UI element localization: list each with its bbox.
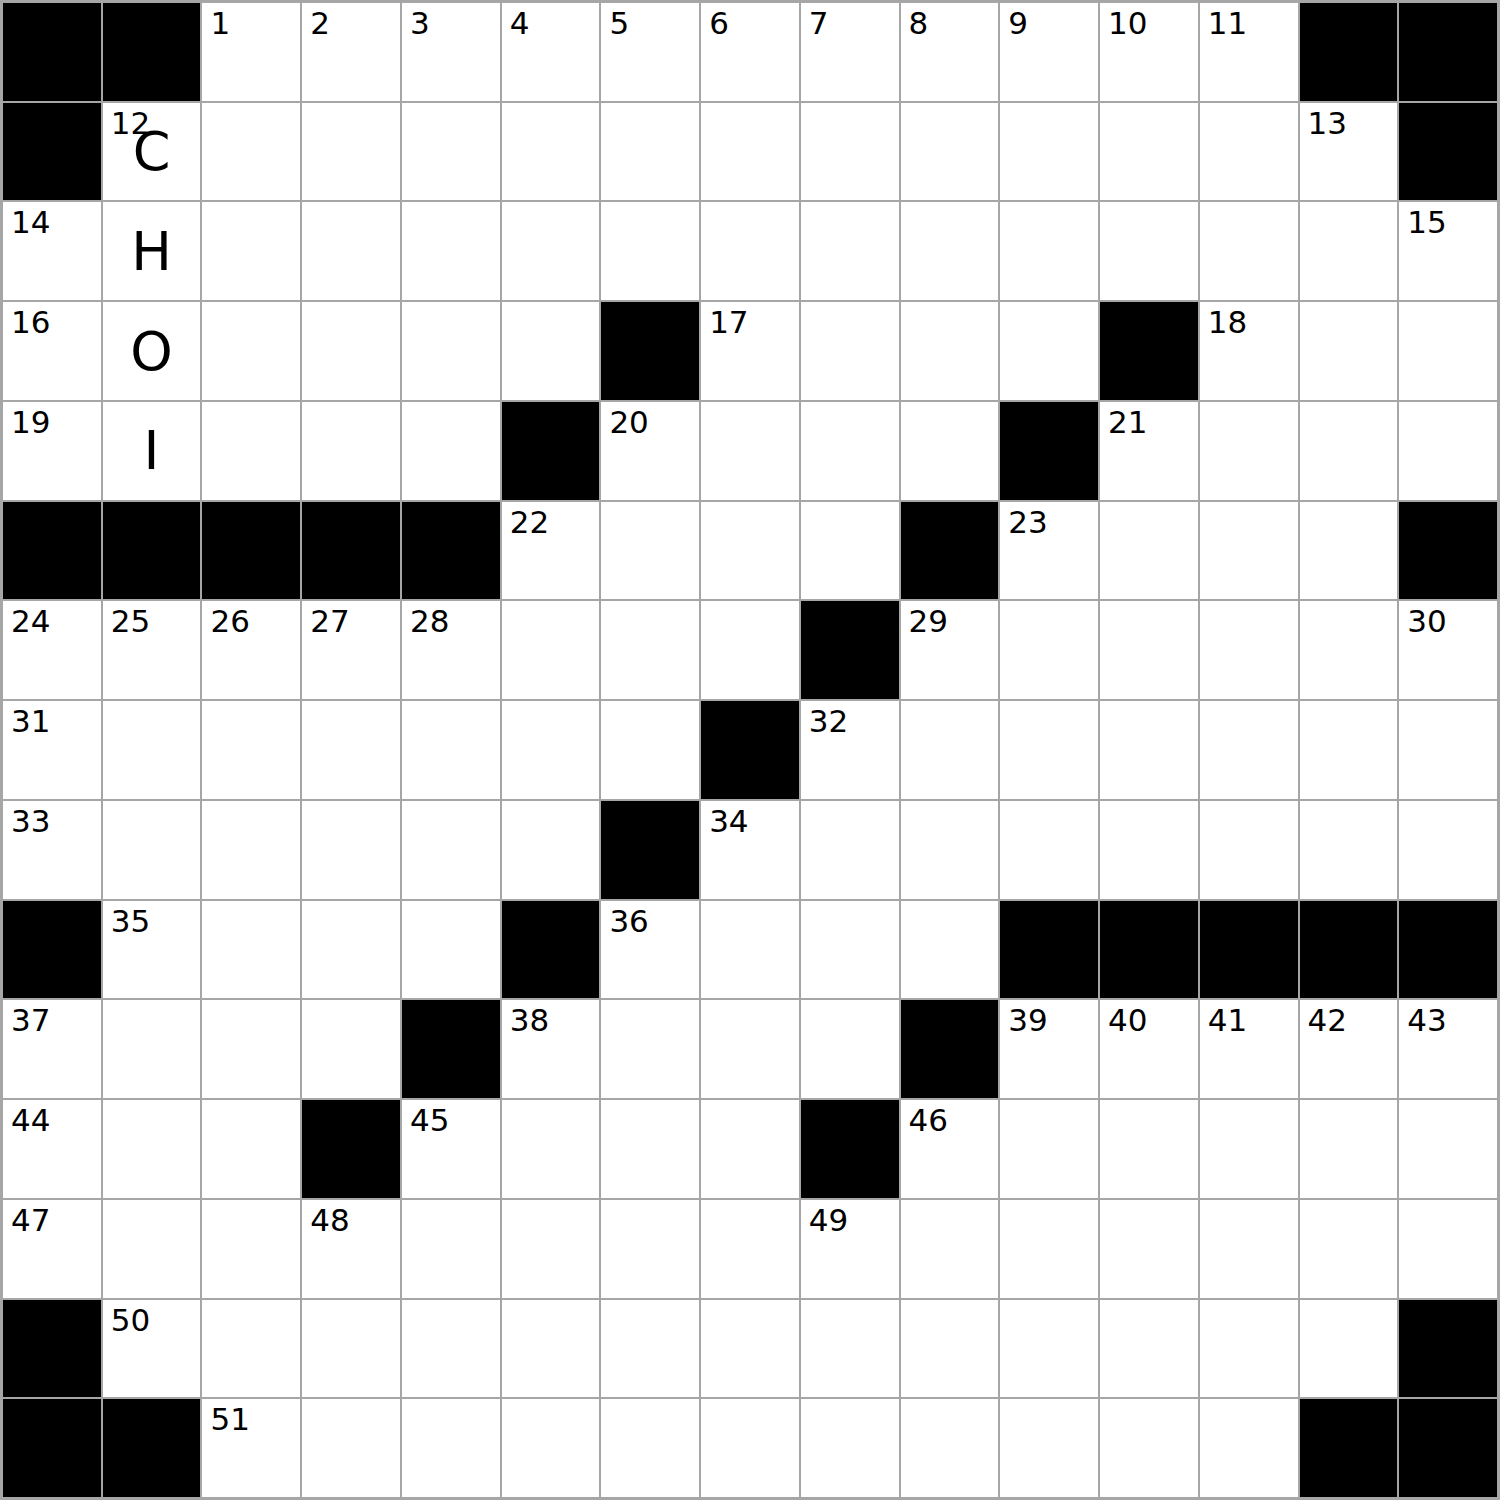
clue-number: 29 [909, 604, 948, 640]
cell-r9c8[interactable] [800, 900, 900, 1000]
cell-r2c11[interactable] [1099, 201, 1199, 301]
cell-r4c11[interactable]: 21 [1099, 401, 1199, 501]
cell-r14c4[interactable] [401, 1398, 501, 1498]
cell-r8c8[interactable] [800, 800, 900, 900]
cell-r11c7[interactable] [700, 1099, 800, 1199]
cell-r0c4[interactable]: 3 [401, 2, 501, 102]
cell-r11c11[interactable] [1099, 1099, 1199, 1199]
black-cell-r5c0 [2, 501, 102, 601]
clue-number: 48 [310, 1203, 349, 1239]
cell-r1c6[interactable] [600, 102, 700, 202]
clue-number: 17 [709, 305, 748, 341]
cell-r3c2[interactable] [201, 301, 301, 401]
cell-r2c2[interactable] [201, 201, 301, 301]
clue-number: 44 [11, 1103, 50, 1139]
cell-r7c5[interactable] [501, 700, 601, 800]
cell-r4c8[interactable] [800, 401, 900, 501]
black-cell-r1c14 [1398, 102, 1498, 202]
cell-r0c5[interactable]: 4 [501, 2, 601, 102]
crossword-board: 123456789101112C1314H1516O171819I2021222… [0, 0, 1500, 1500]
cell-r7c9[interactable] [900, 700, 1000, 800]
cell-r12c11[interactable] [1099, 1199, 1199, 1299]
cell-r12c12[interactable] [1199, 1199, 1299, 1299]
cell-r2c13[interactable] [1299, 201, 1399, 301]
cell-r7c0[interactable]: 31 [2, 700, 102, 800]
black-cell-r10c4 [401, 999, 501, 1099]
cell-r4c14[interactable] [1398, 401, 1498, 501]
cell-r10c14[interactable]: 43 [1398, 999, 1498, 1099]
cell-r11c13[interactable] [1299, 1099, 1399, 1199]
clue-number: 34 [709, 804, 748, 840]
cell-r9c2[interactable] [201, 900, 301, 1000]
black-cell-r13c14 [1398, 1299, 1498, 1399]
cell-r2c6[interactable] [600, 201, 700, 301]
cell-r5c13[interactable] [1299, 501, 1399, 601]
cell-r0c7[interactable]: 6 [700, 2, 800, 102]
black-cell-r5c9 [900, 501, 1000, 601]
cell-r0c12[interactable]: 11 [1199, 2, 1299, 102]
cell-r12c5[interactable] [501, 1199, 601, 1299]
cell-r12c14[interactable] [1398, 1199, 1498, 1299]
cell-r14c12[interactable] [1199, 1398, 1299, 1498]
black-cell-r9c14 [1398, 900, 1498, 1000]
cell-r10c1[interactable] [102, 999, 202, 1099]
black-cell-r5c14 [1398, 501, 1498, 601]
clue-number: 51 [210, 1402, 249, 1438]
clue-number: 16 [11, 305, 50, 341]
cell-r4c7[interactable] [700, 401, 800, 501]
cell-r13c9[interactable] [900, 1299, 1000, 1399]
black-cell-r9c5 [501, 900, 601, 1000]
cell-r8c11[interactable] [1099, 800, 1199, 900]
clue-number: 37 [11, 1003, 50, 1039]
cell-r1c9[interactable] [900, 102, 1000, 202]
cell-r4c2[interactable] [201, 401, 301, 501]
black-cell-r8c6 [600, 800, 700, 900]
cell-r0c2[interactable]: 1 [201, 2, 301, 102]
cell-r10c2[interactable] [201, 999, 301, 1099]
clue-number: 1 [210, 6, 230, 42]
clue-number: 7 [809, 6, 829, 42]
clue-number: 26 [210, 604, 249, 640]
cell-r12c0[interactable]: 47 [2, 1199, 102, 1299]
cell-r13c1[interactable]: 50 [102, 1299, 202, 1399]
clue-number: 49 [809, 1203, 848, 1239]
black-cell-r3c6 [600, 301, 700, 401]
cell-r1c8[interactable] [800, 102, 900, 202]
black-cell-r9c13 [1299, 900, 1399, 1000]
cell-r8c12[interactable] [1199, 800, 1299, 900]
cell-r13c12[interactable] [1199, 1299, 1299, 1399]
cell-r1c12[interactable] [1199, 102, 1299, 202]
cell-r6c11[interactable] [1099, 600, 1199, 700]
cell-r12c3[interactable]: 48 [301, 1199, 401, 1299]
cell-r12c8[interactable]: 49 [800, 1199, 900, 1299]
cell-r10c0[interactable]: 37 [2, 999, 102, 1099]
cell-r10c6[interactable] [600, 999, 700, 1099]
black-cell-r5c3 [301, 501, 401, 601]
cell-r8c1[interactable] [102, 800, 202, 900]
clue-number: 19 [11, 405, 50, 441]
cell-r13c3[interactable] [301, 1299, 401, 1399]
cell-r5c8[interactable] [800, 501, 900, 601]
cell-r4c4[interactable] [401, 401, 501, 501]
cell-r7c3[interactable] [301, 700, 401, 800]
black-cell-r5c2 [201, 501, 301, 601]
clue-number: 33 [11, 804, 50, 840]
cell-r2c5[interactable] [501, 201, 601, 301]
cell-r3c5[interactable] [501, 301, 601, 401]
cell-r12c7[interactable] [700, 1199, 800, 1299]
cell-r9c9[interactable] [900, 900, 1000, 1000]
cell-r11c9[interactable]: 46 [900, 1099, 1000, 1199]
cell-r10c7[interactable] [700, 999, 800, 1099]
cell-r6c0[interactable]: 24 [2, 600, 102, 700]
cell-r13c8[interactable] [800, 1299, 900, 1399]
black-cell-r5c4 [401, 501, 501, 601]
cell-r1c5[interactable] [501, 102, 601, 202]
cell-r10c8[interactable] [800, 999, 900, 1099]
cell-r1c7[interactable] [700, 102, 800, 202]
cell-r4c12[interactable] [1199, 401, 1299, 501]
cell-r3c12[interactable]: 18 [1199, 301, 1299, 401]
cell-r3c13[interactable] [1299, 301, 1399, 401]
clue-number: 30 [1407, 604, 1446, 640]
cell-r11c10[interactable] [999, 1099, 1099, 1199]
clue-number: 10 [1108, 6, 1147, 42]
cell-r8c10[interactable] [999, 800, 1099, 900]
cell-r9c3[interactable] [301, 900, 401, 1000]
clue-number: 22 [510, 505, 549, 541]
cell-r1c2[interactable] [201, 102, 301, 202]
cell-r7c13[interactable] [1299, 700, 1399, 800]
cell-r11c0[interactable]: 44 [2, 1099, 102, 1199]
cell-r5c7[interactable] [700, 501, 800, 601]
cell-r4c6[interactable]: 20 [600, 401, 700, 501]
cell-r12c1[interactable] [102, 1199, 202, 1299]
cell-r5c12[interactable] [1199, 501, 1299, 601]
cell-r8c7[interactable]: 34 [700, 800, 800, 900]
cell-r4c13[interactable] [1299, 401, 1399, 501]
clue-number: 6 [709, 6, 729, 42]
cell-r2c1[interactable]: H [102, 201, 202, 301]
cell-r8c2[interactable] [201, 800, 301, 900]
clue-number: 24 [11, 604, 50, 640]
cell-r6c10[interactable] [999, 600, 1099, 700]
clue-number: 42 [1308, 1003, 1347, 1039]
cell-r8c4[interactable] [401, 800, 501, 900]
cell-r10c11[interactable]: 40 [1099, 999, 1199, 1099]
cell-r3c4[interactable] [401, 301, 501, 401]
clue-number: 21 [1108, 405, 1147, 441]
cell-r11c2[interactable] [201, 1099, 301, 1199]
cell-r3c0[interactable]: 16 [2, 301, 102, 401]
cell-r1c10[interactable] [999, 102, 1099, 202]
cell-r11c1[interactable] [102, 1099, 202, 1199]
cell-r7c1[interactable] [102, 700, 202, 800]
cell-r14c9[interactable] [900, 1398, 1000, 1498]
black-cell-r4c10 [999, 401, 1099, 501]
clue-number: 15 [1407, 205, 1446, 241]
black-cell-r9c0 [2, 900, 102, 1000]
cell-r1c13[interactable]: 13 [1299, 102, 1399, 202]
clue-number: 11 [1208, 6, 1247, 42]
cell-r6c9[interactable]: 29 [900, 600, 1000, 700]
cell-r0c8[interactable]: 7 [800, 2, 900, 102]
cell-r6c14[interactable]: 30 [1398, 600, 1498, 700]
cell-r3c1[interactable]: O [102, 301, 202, 401]
cell-r11c6[interactable] [600, 1099, 700, 1199]
cell-r10c12[interactable]: 41 [1199, 999, 1299, 1099]
black-cell-r9c12 [1199, 900, 1299, 1000]
cell-r2c4[interactable] [401, 201, 501, 301]
clue-number: 40 [1108, 1003, 1147, 1039]
cell-r7c4[interactable] [401, 700, 501, 800]
cell-r13c4[interactable] [401, 1299, 501, 1399]
black-cell-r9c11 [1099, 900, 1199, 1000]
filled-letter: H [103, 202, 201, 300]
cell-r6c7[interactable] [700, 600, 800, 700]
cell-r3c8[interactable] [800, 301, 900, 401]
cell-r2c9[interactable] [900, 201, 1000, 301]
cell-r0c11[interactable]: 10 [1099, 2, 1199, 102]
clue-number: 43 [1407, 1003, 1446, 1039]
black-cell-r3c11 [1099, 301, 1199, 401]
cell-r7c14[interactable] [1398, 700, 1498, 800]
cell-r14c3[interactable] [301, 1398, 401, 1498]
cell-r9c4[interactable] [401, 900, 501, 1000]
cell-r13c7[interactable] [700, 1299, 800, 1399]
cell-r12c6[interactable] [600, 1199, 700, 1299]
cell-r5c6[interactable] [600, 501, 700, 601]
filled-letter: O [103, 302, 201, 400]
cell-r12c9[interactable] [900, 1199, 1000, 1299]
clue-number: 41 [1208, 1003, 1247, 1039]
cell-r5c5[interactable]: 22 [501, 501, 601, 601]
clue-number: 28 [410, 604, 449, 640]
cell-r1c1[interactable]: 12C [102, 102, 202, 202]
cell-r9c6[interactable]: 36 [600, 900, 700, 1000]
black-cell-r14c1 [102, 1398, 202, 1498]
cell-r6c4[interactable]: 28 [401, 600, 501, 700]
cell-r10c3[interactable] [301, 999, 401, 1099]
clue-number: 5 [609, 6, 629, 42]
cell-r4c0[interactable]: 19 [2, 401, 102, 501]
black-cell-r13c0 [2, 1299, 102, 1399]
cell-r13c13[interactable] [1299, 1299, 1399, 1399]
cell-r0c3[interactable]: 2 [301, 2, 401, 102]
cell-r2c10[interactable] [999, 201, 1099, 301]
black-cell-r4c5 [501, 401, 601, 501]
clue-number: 25 [111, 604, 150, 640]
clue-number: 2 [310, 6, 330, 42]
cell-r2c3[interactable] [301, 201, 401, 301]
cell-r9c1[interactable]: 35 [102, 900, 202, 1000]
cell-r6c6[interactable] [600, 600, 700, 700]
cell-r8c13[interactable] [1299, 800, 1399, 900]
black-cell-r1c0 [2, 102, 102, 202]
cell-r7c10[interactable] [999, 700, 1099, 800]
cell-r0c9[interactable]: 8 [900, 2, 1000, 102]
clue-number: 46 [909, 1103, 948, 1139]
clue-number: 31 [11, 704, 50, 740]
black-cell-r6c8 [800, 600, 900, 700]
cell-r10c13[interactable]: 42 [1299, 999, 1399, 1099]
cell-r4c1[interactable]: I [102, 401, 202, 501]
clue-number: 45 [410, 1103, 449, 1139]
cell-r8c3[interactable] [301, 800, 401, 900]
clue-number: 4 [510, 6, 530, 42]
cell-r9c7[interactable] [700, 900, 800, 1000]
cell-r13c11[interactable] [1099, 1299, 1199, 1399]
cell-r3c14[interactable] [1398, 301, 1498, 401]
black-cell-r5c1 [102, 501, 202, 601]
clue-number: 36 [609, 904, 648, 940]
cell-r14c10[interactable] [999, 1398, 1099, 1498]
filled-letter: C [103, 103, 201, 201]
cell-r14c8[interactable] [800, 1398, 900, 1498]
black-cell-r0c0 [2, 2, 102, 102]
cell-r2c14[interactable]: 15 [1398, 201, 1498, 301]
black-cell-r14c0 [2, 1398, 102, 1498]
cell-r8c14[interactable] [1398, 800, 1498, 900]
cell-r12c10[interactable] [999, 1199, 1099, 1299]
cell-r8c9[interactable] [900, 800, 1000, 900]
cell-r1c3[interactable] [301, 102, 401, 202]
cell-r11c14[interactable] [1398, 1099, 1498, 1199]
cell-r12c2[interactable] [201, 1199, 301, 1299]
cell-r3c9[interactable] [900, 301, 1000, 401]
clue-number: 32 [809, 704, 848, 740]
cell-r13c5[interactable] [501, 1299, 601, 1399]
cell-r8c0[interactable]: 33 [2, 800, 102, 900]
clue-number: 9 [1008, 6, 1028, 42]
cell-r10c5[interactable]: 38 [501, 999, 601, 1099]
cell-r11c12[interactable] [1199, 1099, 1299, 1199]
cell-r14c2[interactable]: 51 [201, 1398, 301, 1498]
black-cell-r11c8 [800, 1099, 900, 1199]
cell-r6c2[interactable]: 26 [201, 600, 301, 700]
clue-number: 27 [310, 604, 349, 640]
filled-letter: I [103, 402, 201, 500]
cell-r7c12[interactable] [1199, 700, 1299, 800]
cell-r4c3[interactable] [301, 401, 401, 501]
cell-r5c10[interactable]: 23 [999, 501, 1099, 601]
clue-number: 39 [1008, 1003, 1047, 1039]
cell-r6c12[interactable] [1199, 600, 1299, 700]
cell-r13c2[interactable] [201, 1299, 301, 1399]
cell-r5c11[interactable] [1099, 501, 1199, 601]
cell-r2c12[interactable] [1199, 201, 1299, 301]
cell-r2c0[interactable]: 14 [2, 201, 102, 301]
cell-r2c8[interactable] [800, 201, 900, 301]
cell-r10c10[interactable]: 39 [999, 999, 1099, 1099]
cell-r4c9[interactable] [900, 401, 1000, 501]
clue-number: 14 [11, 205, 50, 241]
cell-r1c11[interactable] [1099, 102, 1199, 202]
black-cell-r0c14 [1398, 2, 1498, 102]
cell-r12c4[interactable] [401, 1199, 501, 1299]
black-cell-r14c13 [1299, 1398, 1399, 1498]
cell-r6c13[interactable] [1299, 600, 1399, 700]
black-cell-r0c1 [102, 2, 202, 102]
clue-number: 20 [609, 405, 648, 441]
cell-r12c13[interactable] [1299, 1199, 1399, 1299]
cell-r13c6[interactable] [600, 1299, 700, 1399]
cell-r14c5[interactable] [501, 1398, 601, 1498]
cell-r14c7[interactable] [700, 1398, 800, 1498]
cell-r8c5[interactable] [501, 800, 601, 900]
cell-r14c6[interactable] [600, 1398, 700, 1498]
black-cell-r14c14 [1398, 1398, 1498, 1498]
clue-number: 18 [1208, 305, 1247, 341]
clue-number: 3 [410, 6, 430, 42]
cell-r7c6[interactable] [600, 700, 700, 800]
black-cell-r7c7 [700, 700, 800, 800]
clue-number: 38 [510, 1003, 549, 1039]
cell-r7c2[interactable] [201, 700, 301, 800]
cell-r3c10[interactable] [999, 301, 1099, 401]
clue-number: 35 [111, 904, 150, 940]
cell-r2c7[interactable] [700, 201, 800, 301]
cell-r6c3[interactable]: 27 [301, 600, 401, 700]
cell-r14c11[interactable] [1099, 1398, 1199, 1498]
clue-number: 23 [1008, 505, 1047, 541]
cell-r13c10[interactable] [999, 1299, 1099, 1399]
cell-r7c11[interactable] [1099, 700, 1199, 800]
black-cell-r0c13 [1299, 2, 1399, 102]
cell-r11c4[interactable]: 45 [401, 1099, 501, 1199]
cell-r0c10[interactable]: 9 [999, 2, 1099, 102]
cell-r3c3[interactable] [301, 301, 401, 401]
cell-r3c7[interactable]: 17 [700, 301, 800, 401]
clue-number: 47 [11, 1203, 50, 1239]
cell-r6c1[interactable]: 25 [102, 600, 202, 700]
clue-number: 8 [909, 6, 929, 42]
cell-r0c6[interactable]: 5 [600, 2, 700, 102]
cell-r6c5[interactable] [501, 600, 601, 700]
black-cell-r10c9 [900, 999, 1000, 1099]
black-cell-r11c3 [301, 1099, 401, 1199]
cell-r11c5[interactable] [501, 1099, 601, 1199]
clue-number: 50 [111, 1303, 150, 1339]
clue-number: 13 [1308, 106, 1347, 142]
cell-r1c4[interactable] [401, 102, 501, 202]
cell-r7c8[interactable]: 32 [800, 700, 900, 800]
black-cell-r9c10 [999, 900, 1099, 1000]
